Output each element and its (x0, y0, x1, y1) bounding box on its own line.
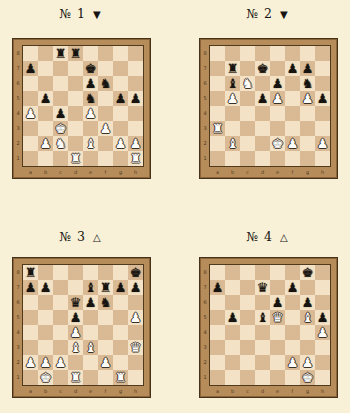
square-g5: ♟ (300, 91, 315, 106)
white-pawn-piece: ♟ (40, 355, 52, 370)
square-c3: ♚ (53, 121, 68, 136)
square-c7 (240, 280, 255, 295)
square-g6 (113, 295, 128, 310)
square-a2 (210, 355, 225, 370)
puzzle-4-caption: № 4△ (199, 229, 336, 244)
square-b8 (38, 46, 53, 61)
rank-label-3: 3 (201, 121, 209, 136)
square-e7 (270, 61, 285, 76)
puzzle-3: № 3△ 87654321 ♜♚♟♟♝♜♟♟♛♟♞♟♟♟♝♝♛♟♟♟♟♚♜♜ a… (12, 229, 149, 398)
square-c5 (53, 91, 68, 106)
square-b8 (38, 265, 53, 280)
rank-label-7: 7 (14, 61, 22, 76)
black-pawn-piece: ♟ (302, 295, 314, 310)
square-d6 (255, 76, 270, 91)
file-label-e: e (83, 167, 98, 177)
square-d3 (68, 121, 83, 136)
square-a4 (210, 106, 225, 121)
square-c1 (240, 151, 255, 166)
black-rook-piece: ♜ (227, 61, 239, 76)
black-pawn-piece: ♟ (317, 310, 329, 325)
page: № 1▼ 87654321 ♜♜♟♚♟♞♟♞♟♟♟♟♟♚♟♟♞♝♟♟♜♜ abc… (0, 0, 350, 413)
square-h8 (315, 265, 330, 280)
square-g4 (113, 325, 128, 340)
square-f8 (285, 265, 300, 280)
file-label-e: e (270, 386, 285, 396)
square-e6: ♟ (83, 76, 98, 91)
rank-label-6: 6 (201, 295, 209, 310)
puzzle-4-label: № 4 (246, 229, 273, 244)
square-g7: ♟ (300, 61, 315, 76)
square-b6 (38, 76, 53, 91)
white-pawn-piece: ♟ (317, 136, 329, 151)
square-g4 (300, 106, 315, 121)
black-pawn-piece: ♟ (85, 295, 97, 310)
square-d8 (255, 265, 270, 280)
square-h3: ♛ (128, 340, 143, 355)
square-c4: ♟ (53, 106, 68, 121)
square-g2: ♟ (300, 355, 315, 370)
square-f7: ♜ (98, 280, 113, 295)
square-b1 (225, 151, 240, 166)
square-c5 (53, 310, 68, 325)
file-label-f: f (98, 386, 113, 396)
file-label-a: a (23, 167, 38, 177)
white-pawn-piece: ♟ (25, 355, 37, 370)
square-f6 (285, 76, 300, 91)
rank-label-8: 8 (14, 46, 22, 61)
square-d3: ♝ (68, 340, 83, 355)
square-h5: ♟ (128, 310, 143, 325)
rank-label-1: 1 (201, 370, 209, 385)
square-a6 (210, 295, 225, 310)
square-b5: ♟ (225, 91, 240, 106)
square-a7: ♟ (23, 280, 38, 295)
square-g3 (300, 340, 315, 355)
square-f5 (98, 310, 113, 325)
square-f8 (98, 46, 113, 61)
square-d1: ♜ (68, 370, 83, 385)
square-e4: ♟ (83, 106, 98, 121)
square-h7 (315, 280, 330, 295)
chessboard-4: 87654321 ♚♟♛♟♟♟♟♝♛♝♟♟♟♟♚ abcdefgh (199, 257, 338, 398)
black-knight-piece: ♞ (85, 91, 97, 106)
square-g4 (113, 106, 128, 121)
square-a3 (210, 340, 225, 355)
square-g1: ♜ (113, 370, 128, 385)
rank-label-4: 4 (14, 325, 22, 340)
square-b5 (38, 310, 53, 325)
square-b1: ♚ (38, 370, 53, 385)
square-e1 (270, 370, 285, 385)
square-g8: ♚ (300, 265, 315, 280)
file-label-f: f (285, 386, 300, 396)
white-bishop-piece: ♝ (85, 136, 97, 151)
white-pawn-piece: ♟ (115, 136, 127, 151)
chessboard-1: 87654321 ♜♜♟♚♟♞♟♞♟♟♟♟♟♚♟♟♞♝♟♟♜♜ abcdefgh (12, 38, 151, 179)
square-f8 (285, 46, 300, 61)
white-rook-piece: ♜ (130, 151, 142, 166)
black-pawn-piece: ♟ (257, 91, 269, 106)
square-b7 (38, 61, 53, 76)
square-a1 (210, 370, 225, 385)
black-pawn-piece: ♟ (70, 310, 82, 325)
square-a3 (23, 340, 38, 355)
file-labels: abcdefgh (23, 386, 143, 396)
black-queen-piece: ♛ (257, 280, 269, 295)
white-king-piece: ♚ (40, 370, 52, 385)
square-c4 (240, 106, 255, 121)
white-pawn-piece: ♟ (25, 106, 37, 121)
black-rook-piece: ♜ (25, 265, 37, 280)
square-h8: ♚ (128, 265, 143, 280)
square-a1 (23, 151, 38, 166)
square-d7 (68, 61, 83, 76)
square-a8 (23, 46, 38, 61)
black-pawn-piece: ♟ (25, 61, 37, 76)
square-a5 (210, 91, 225, 106)
square-f3: ♟ (98, 121, 113, 136)
square-c6: ♞ (240, 76, 255, 91)
file-label-d: d (68, 386, 83, 396)
square-h2: ♟ (128, 136, 143, 151)
black-pawn-piece: ♟ (287, 280, 299, 295)
square-e7: ♚ (83, 61, 98, 76)
square-h6 (315, 76, 330, 91)
square-f4 (285, 325, 300, 340)
square-h1 (128, 370, 143, 385)
square-d2 (68, 136, 83, 151)
square-d3 (255, 340, 270, 355)
white-bishop-piece: ♝ (85, 340, 97, 355)
board-squares: ♚♟♛♟♟♟♟♝♛♝♟♟♟♟♚ (209, 264, 331, 386)
square-h7: ♟ (128, 280, 143, 295)
square-f2: ♟ (285, 136, 300, 151)
square-e2 (83, 355, 98, 370)
square-g1 (113, 151, 128, 166)
black-bishop-piece: ♝ (227, 76, 239, 91)
square-h7 (128, 61, 143, 76)
file-label-a: a (210, 167, 225, 177)
square-h4: ♟ (315, 325, 330, 340)
square-e4 (270, 106, 285, 121)
puzzle-1: № 1▼ 87654321 ♜♜♟♚♟♞♟♞♟♟♟♟♟♚♟♟♞♝♟♟♜♜ abc… (12, 6, 149, 179)
white-pawn-piece: ♟ (55, 355, 67, 370)
black-pawn-piece: ♟ (40, 280, 52, 295)
square-a7 (210, 61, 225, 76)
black-queen-piece: ♛ (70, 295, 82, 310)
square-d1 (255, 151, 270, 166)
square-e5: ♛ (270, 310, 285, 325)
square-h6 (128, 76, 143, 91)
black-pawn-piece: ♟ (40, 91, 52, 106)
square-d5 (68, 91, 83, 106)
square-f5 (285, 91, 300, 106)
rank-labels: 87654321 (14, 46, 22, 166)
square-a7: ♟ (23, 61, 38, 76)
black-pawn-piece: ♟ (85, 76, 97, 91)
puzzle-4: № 4△ 87654321 ♚♟♛♟♟♟♟♝♛♝♟♟♟♟♚ abcdefgh (199, 229, 336, 398)
square-h4 (315, 106, 330, 121)
square-f7: ♟ (285, 61, 300, 76)
square-a3: ♜ (210, 121, 225, 136)
square-e2: ♝ (83, 136, 98, 151)
rank-label-1: 1 (201, 151, 209, 166)
white-pawn-piece: ♟ (227, 91, 239, 106)
square-g8 (113, 46, 128, 61)
square-c6 (240, 295, 255, 310)
square-f7: ♟ (285, 280, 300, 295)
black-pawn-piece: ♟ (25, 280, 37, 295)
square-g1: ♚ (300, 370, 315, 385)
square-h1 (315, 370, 330, 385)
white-pawn-piece: ♟ (100, 121, 112, 136)
square-g2: ♟ (113, 136, 128, 151)
square-e3 (270, 340, 285, 355)
file-label-g: g (113, 386, 128, 396)
square-b8 (225, 265, 240, 280)
puzzle-3-label: № 3 (59, 229, 86, 244)
square-g7: ♟ (113, 280, 128, 295)
square-e1 (83, 151, 98, 166)
square-a3 (23, 121, 38, 136)
black-pawn-piece: ♟ (130, 280, 142, 295)
square-a7: ♟ (210, 280, 225, 295)
square-e5 (83, 310, 98, 325)
square-e5: ♟ (270, 91, 285, 106)
square-f8 (98, 265, 113, 280)
square-e7: ♝ (83, 280, 98, 295)
square-f4 (98, 325, 113, 340)
square-e4 (83, 325, 98, 340)
square-d8: ♜ (68, 46, 83, 61)
white-pawn-piece: ♟ (100, 355, 112, 370)
square-f5 (98, 91, 113, 106)
square-g7 (300, 280, 315, 295)
square-b8 (225, 46, 240, 61)
black-knight-piece: ♞ (100, 76, 112, 91)
black-bishop-piece: ♝ (257, 310, 269, 325)
square-f1 (285, 151, 300, 166)
square-c7 (53, 280, 68, 295)
square-e4 (270, 325, 285, 340)
square-f4 (285, 106, 300, 121)
white-bishop-piece: ♝ (227, 136, 239, 151)
square-e2: ♚ (270, 136, 285, 151)
square-d7: ♛ (255, 280, 270, 295)
chessboard-2: 87654321 ♜♚♟♟♝♞♟♞♟♟♟♟♟♜♝♚♟♟ abcdefgh (199, 38, 338, 179)
square-a6 (23, 76, 38, 91)
white-pawn-piece: ♟ (317, 325, 329, 340)
square-a2: ♟ (23, 355, 38, 370)
white-pawn-piece: ♟ (302, 91, 314, 106)
file-labels: abcdefgh (210, 386, 330, 396)
square-e6: ♟ (83, 295, 98, 310)
square-b6 (38, 295, 53, 310)
square-d5: ♝ (255, 310, 270, 325)
rank-label-7: 7 (201, 61, 209, 76)
square-c2 (240, 355, 255, 370)
square-f6 (285, 295, 300, 310)
white-king-piece: ♚ (55, 121, 67, 136)
black-king-piece: ♚ (257, 61, 269, 76)
square-f1 (98, 370, 113, 385)
black-pawn-piece: ♟ (55, 106, 67, 121)
black-to-move-icon: ▼ (93, 9, 102, 20)
white-to-move-icon: △ (280, 232, 289, 243)
rank-labels: 87654321 (14, 265, 22, 385)
square-a5 (23, 91, 38, 106)
rank-label-2: 2 (14, 355, 22, 370)
square-b4 (38, 106, 53, 121)
square-c2: ♟ (53, 355, 68, 370)
square-b4 (225, 106, 240, 121)
square-b2: ♟ (38, 355, 53, 370)
square-b4 (38, 325, 53, 340)
white-pawn-piece: ♟ (40, 136, 52, 151)
black-pawn-piece: ♟ (287, 61, 299, 76)
file-label-c: c (53, 167, 68, 177)
square-d2 (68, 355, 83, 370)
square-a8: ♜ (23, 265, 38, 280)
rank-label-1: 1 (14, 151, 22, 166)
square-f3 (98, 340, 113, 355)
square-c2: ♞ (53, 136, 68, 151)
white-rook-piece: ♜ (70, 151, 82, 166)
square-d4 (68, 106, 83, 121)
square-g8 (113, 265, 128, 280)
file-label-b: b (38, 167, 53, 177)
square-h2: ♟ (315, 136, 330, 151)
rank-label-4: 4 (14, 106, 22, 121)
black-pawn-piece: ♟ (115, 280, 127, 295)
square-d6 (255, 295, 270, 310)
file-label-h: h (315, 167, 330, 177)
file-label-h: h (315, 386, 330, 396)
square-b5: ♟ (38, 91, 53, 106)
square-e8 (83, 265, 98, 280)
white-pawn-piece: ♟ (272, 91, 284, 106)
file-label-f: f (285, 167, 300, 177)
square-d2 (255, 136, 270, 151)
square-d3 (255, 121, 270, 136)
rank-label-2: 2 (201, 136, 209, 151)
square-e7 (270, 280, 285, 295)
puzzle-1-label: № 1 (59, 6, 86, 21)
square-a4 (210, 325, 225, 340)
puzzle-2-caption: № 2▼ (199, 6, 336, 21)
square-a8 (210, 46, 225, 61)
square-c4 (53, 325, 68, 340)
square-a8 (210, 265, 225, 280)
square-h5: ♟ (128, 91, 143, 106)
square-h8 (128, 46, 143, 61)
square-b2: ♟ (38, 136, 53, 151)
square-d4 (255, 325, 270, 340)
rank-label-2: 2 (14, 136, 22, 151)
square-c3 (240, 121, 255, 136)
square-c8: ♜ (53, 46, 68, 61)
square-c4 (240, 325, 255, 340)
black-knight-piece: ♞ (100, 295, 112, 310)
square-f2 (98, 136, 113, 151)
square-h8 (315, 46, 330, 61)
square-f1 (98, 151, 113, 166)
square-d5: ♟ (68, 310, 83, 325)
square-d1: ♜ (68, 151, 83, 166)
white-pawn-piece: ♟ (302, 355, 314, 370)
square-d6 (68, 76, 83, 91)
white-knight-piece: ♞ (242, 76, 254, 91)
black-pawn-piece: ♟ (130, 91, 142, 106)
file-label-g: g (113, 167, 128, 177)
white-king-piece: ♚ (302, 370, 314, 385)
square-f6: ♞ (98, 295, 113, 310)
file-label-b: b (38, 386, 53, 396)
square-g6: ♟ (300, 295, 315, 310)
rank-label-7: 7 (14, 280, 22, 295)
square-e3 (83, 121, 98, 136)
square-d6: ♛ (68, 295, 83, 310)
square-a2 (210, 136, 225, 151)
square-g3 (300, 121, 315, 136)
square-f7 (98, 61, 113, 76)
square-b2: ♝ (225, 136, 240, 151)
square-d4: ♟ (68, 325, 83, 340)
square-h5: ♟ (315, 91, 330, 106)
square-a4 (23, 325, 38, 340)
white-bishop-piece: ♝ (70, 340, 82, 355)
white-rook-piece: ♜ (70, 370, 82, 385)
black-rook-piece: ♜ (70, 46, 82, 61)
square-f2: ♟ (285, 355, 300, 370)
rank-label-8: 8 (14, 265, 22, 280)
white-rook-piece: ♜ (212, 121, 224, 136)
square-b2 (225, 355, 240, 370)
rank-label-8: 8 (201, 265, 209, 280)
square-h7 (315, 61, 330, 76)
square-b5: ♟ (225, 310, 240, 325)
black-king-piece: ♚ (302, 265, 314, 280)
rank-label-3: 3 (201, 340, 209, 355)
rank-label-5: 5 (201, 91, 209, 106)
file-label-g: g (300, 386, 315, 396)
square-h3 (315, 121, 330, 136)
file-label-h: h (128, 386, 143, 396)
square-e3: ♝ (83, 340, 98, 355)
file-label-b: b (225, 167, 240, 177)
file-label-a: a (23, 386, 38, 396)
white-queen-piece: ♛ (130, 340, 142, 355)
file-label-c: c (240, 167, 255, 177)
square-c7 (53, 61, 68, 76)
rank-label-5: 5 (14, 91, 22, 106)
square-c3 (240, 340, 255, 355)
square-g7 (113, 61, 128, 76)
square-c8 (240, 265, 255, 280)
square-g3 (113, 340, 128, 355)
rank-label-3: 3 (14, 340, 22, 355)
rank-label-5: 5 (14, 310, 22, 325)
black-pawn-piece: ♟ (272, 76, 284, 91)
square-e6: ♟ (270, 76, 285, 91)
square-f4 (98, 106, 113, 121)
square-h1: ♜ (128, 151, 143, 166)
rank-label-7: 7 (201, 280, 209, 295)
file-label-d: d (255, 386, 270, 396)
square-e1 (83, 370, 98, 385)
square-b1 (38, 151, 53, 166)
